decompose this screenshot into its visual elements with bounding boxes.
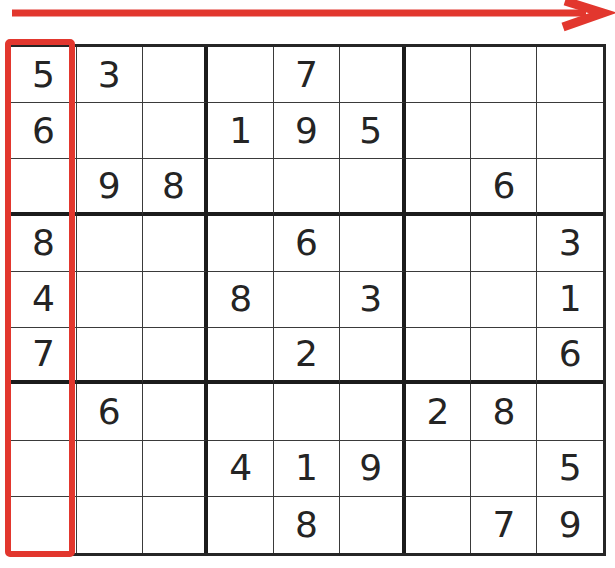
- cell-r7c3[interactable]: [143, 384, 209, 440]
- cell-r3c3[interactable]: 8: [143, 159, 209, 215]
- cell-r6c6[interactable]: [340, 328, 406, 384]
- cell-r8c5[interactable]: 1: [274, 441, 340, 497]
- cell-r2c4[interactable]: 1: [208, 103, 274, 159]
- sudoku-board: 537619598686348317266284195879: [8, 44, 606, 556]
- cell-r1c6[interactable]: [340, 47, 406, 103]
- cell-r2c8[interactable]: [471, 103, 537, 159]
- cell-r7c4[interactable]: [208, 384, 274, 440]
- cell-r4c7[interactable]: [406, 216, 472, 272]
- cell-r2c3[interactable]: [143, 103, 209, 159]
- cell-r4c4[interactable]: [208, 216, 274, 272]
- cell-r8c1[interactable]: [11, 441, 77, 497]
- cell-r9c2[interactable]: [77, 497, 143, 553]
- cell-r1c2[interactable]: 3: [77, 47, 143, 103]
- cell-r5c9[interactable]: 1: [537, 272, 603, 328]
- cell-r9c5[interactable]: 8: [274, 497, 340, 553]
- cell-r5c7[interactable]: [406, 272, 472, 328]
- cell-r2c1[interactable]: 6: [11, 103, 77, 159]
- cell-r5c4[interactable]: 8: [208, 272, 274, 328]
- cell-r3c8[interactable]: 6: [471, 159, 537, 215]
- cell-r4c3[interactable]: [143, 216, 209, 272]
- cell-r6c5[interactable]: 2: [274, 328, 340, 384]
- cell-r5c1[interactable]: 4: [11, 272, 77, 328]
- cell-r7c5[interactable]: [274, 384, 340, 440]
- cell-r5c3[interactable]: [143, 272, 209, 328]
- cell-r8c3[interactable]: [143, 441, 209, 497]
- cell-r2c2[interactable]: [77, 103, 143, 159]
- cell-r4c2[interactable]: [77, 216, 143, 272]
- cell-r2c5[interactable]: 9: [274, 103, 340, 159]
- cell-r9c6[interactable]: [340, 497, 406, 553]
- cell-r6c3[interactable]: [143, 328, 209, 384]
- cell-r8c9[interactable]: 5: [537, 441, 603, 497]
- cell-r9c3[interactable]: [143, 497, 209, 553]
- cell-r5c8[interactable]: [471, 272, 537, 328]
- cell-r1c8[interactable]: [471, 47, 537, 103]
- cell-r6c9[interactable]: 6: [537, 328, 603, 384]
- cell-r9c1[interactable]: [11, 497, 77, 553]
- cell-r6c7[interactable]: [406, 328, 472, 384]
- cell-r6c1[interactable]: 7: [11, 328, 77, 384]
- cell-r3c9[interactable]: [537, 159, 603, 215]
- cell-r3c6[interactable]: [340, 159, 406, 215]
- cell-r8c7[interactable]: [406, 441, 472, 497]
- cell-r1c3[interactable]: [143, 47, 209, 103]
- cell-r3c5[interactable]: [274, 159, 340, 215]
- cell-r6c4[interactable]: [208, 328, 274, 384]
- red-arrow-icon: [0, 0, 615, 36]
- cell-r4c1[interactable]: 8: [11, 216, 77, 272]
- cell-r8c2[interactable]: [77, 441, 143, 497]
- cell-r2c6[interactable]: 5: [340, 103, 406, 159]
- cell-r3c7[interactable]: [406, 159, 472, 215]
- cell-r5c2[interactable]: [77, 272, 143, 328]
- cell-r3c1[interactable]: [11, 159, 77, 215]
- cell-r5c6[interactable]: 3: [340, 272, 406, 328]
- cell-r8c6[interactable]: 9: [340, 441, 406, 497]
- cell-r4c6[interactable]: [340, 216, 406, 272]
- cell-r8c8[interactable]: [471, 441, 537, 497]
- cell-r4c9[interactable]: 3: [537, 216, 603, 272]
- cell-r1c7[interactable]: [406, 47, 472, 103]
- cell-r7c7[interactable]: 2: [406, 384, 472, 440]
- cell-r9c7[interactable]: [406, 497, 472, 553]
- cell-r8c4[interactable]: 4: [208, 441, 274, 497]
- cell-r6c8[interactable]: [471, 328, 537, 384]
- cell-r6c2[interactable]: [77, 328, 143, 384]
- cell-r1c5[interactable]: 7: [274, 47, 340, 103]
- cell-r7c6[interactable]: [340, 384, 406, 440]
- cell-r7c2[interactable]: 6: [77, 384, 143, 440]
- cell-r3c2[interactable]: 9: [77, 159, 143, 215]
- cell-r9c4[interactable]: [208, 497, 274, 553]
- cell-r3c4[interactable]: [208, 159, 274, 215]
- cell-r7c8[interactable]: 8: [471, 384, 537, 440]
- cell-r1c1[interactable]: 5: [11, 47, 77, 103]
- cell-r5c5[interactable]: [274, 272, 340, 328]
- cell-r2c7[interactable]: [406, 103, 472, 159]
- cell-r1c4[interactable]: [208, 47, 274, 103]
- cell-r9c8[interactable]: 7: [471, 497, 537, 553]
- cell-r7c1[interactable]: [11, 384, 77, 440]
- cell-r4c5[interactable]: 6: [274, 216, 340, 272]
- cell-r2c9[interactable]: [537, 103, 603, 159]
- cell-r1c9[interactable]: [537, 47, 603, 103]
- cell-r9c9[interactable]: 9: [537, 497, 603, 553]
- cell-r4c8[interactable]: [471, 216, 537, 272]
- cell-r7c9[interactable]: [537, 384, 603, 440]
